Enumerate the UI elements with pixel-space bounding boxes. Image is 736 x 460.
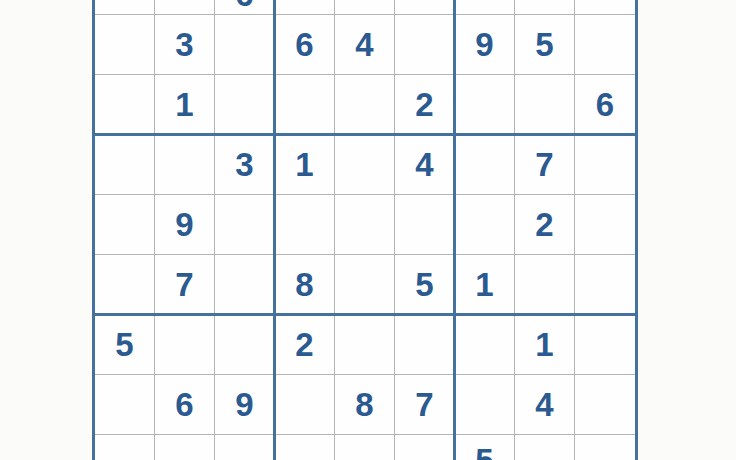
sudoku-board: 6364951263147927851521698745 [92, 0, 638, 460]
given-digit: 4 [355, 15, 373, 75]
sudoku-cell[interactable] [575, 435, 635, 460]
given-digit: 1 [175, 75, 193, 135]
sudoku-cell[interactable] [395, 315, 455, 375]
sudoku-cell[interactable] [95, 0, 155, 15]
sudoku-cell[interactable] [575, 15, 635, 75]
sudoku-cell[interactable]: 2 [275, 315, 335, 375]
sudoku-cell[interactable] [335, 195, 395, 255]
sudoku-cell[interactable]: 9 [455, 15, 515, 75]
given-digit: 4 [415, 135, 433, 195]
sudoku-cell[interactable] [95, 375, 155, 435]
sudoku-cell[interactable]: 1 [275, 135, 335, 195]
sudoku-cell[interactable]: 7 [515, 135, 575, 195]
sudoku-cell[interactable] [335, 315, 395, 375]
sudoku-cell[interactable]: 5 [95, 315, 155, 375]
sudoku-cell[interactable]: 2 [395, 75, 455, 135]
sudoku-cell[interactable] [335, 135, 395, 195]
sudoku-cell[interactable] [275, 0, 335, 15]
sudoku-cell[interactable] [455, 135, 515, 195]
box-divider-horizontal-1 [95, 133, 635, 136]
sudoku-cell[interactable]: 4 [395, 135, 455, 195]
given-digit: 8 [295, 255, 313, 315]
sudoku-cell[interactable] [215, 255, 275, 315]
sudoku-cell[interactable] [395, 195, 455, 255]
sudoku-cell[interactable] [515, 75, 575, 135]
given-digit: 9 [235, 375, 253, 435]
sudoku-cell[interactable]: 4 [335, 15, 395, 75]
given-digit: 1 [475, 255, 493, 315]
sudoku-cell[interactable]: 1 [155, 75, 215, 135]
sudoku-cell[interactable] [155, 135, 215, 195]
sudoku-cell[interactable] [95, 135, 155, 195]
sudoku-cell[interactable] [275, 75, 335, 135]
given-digit: 5 [115, 315, 133, 375]
sudoku-cell[interactable] [155, 315, 215, 375]
given-digit: 2 [535, 195, 553, 255]
sudoku-cell[interactable] [95, 75, 155, 135]
given-digit: 7 [535, 135, 553, 195]
given-digit: 5 [415, 255, 433, 315]
sudoku-cell[interactable] [275, 195, 335, 255]
sudoku-screenshot: 6364951263147927851521698745 [0, 0, 736, 460]
given-digit: 3 [235, 135, 253, 195]
sudoku-cell[interactable] [395, 0, 455, 15]
sudoku-cell[interactable]: 3 [215, 135, 275, 195]
given-digit: 6 [175, 375, 193, 435]
sudoku-cell[interactable] [395, 15, 455, 75]
given-digit: 5 [535, 15, 553, 75]
box-divider-horizontal-2 [95, 313, 635, 316]
sudoku-cell[interactable] [335, 255, 395, 315]
sudoku-cell[interactable]: 6 [275, 15, 335, 75]
sudoku-cell[interactable]: 5 [515, 15, 575, 75]
sudoku-cell[interactable] [575, 0, 635, 15]
sudoku-cell[interactable] [575, 375, 635, 435]
sudoku-grid: 6364951263147927851521698745 [95, 0, 635, 460]
given-digit: 6 [596, 75, 614, 135]
sudoku-cell[interactable] [455, 75, 515, 135]
sudoku-cell[interactable]: 5 [455, 435, 515, 460]
sudoku-cell[interactable] [515, 255, 575, 315]
sudoku-cell[interactable] [215, 315, 275, 375]
sudoku-cell[interactable] [455, 195, 515, 255]
sudoku-cell[interactable]: 8 [275, 255, 335, 315]
sudoku-cell[interactable]: 5 [395, 255, 455, 315]
sudoku-cell[interactable] [515, 435, 575, 460]
sudoku-cell[interactable] [95, 255, 155, 315]
sudoku-cell[interactable] [215, 435, 275, 460]
sudoku-cell[interactable]: 8 [335, 375, 395, 435]
sudoku-cell[interactable] [155, 0, 215, 15]
sudoku-cell[interactable] [155, 435, 215, 460]
sudoku-cell[interactable] [575, 135, 635, 195]
given-digit: 2 [415, 75, 433, 135]
sudoku-cell[interactable]: 1 [455, 255, 515, 315]
sudoku-cell[interactable] [275, 375, 335, 435]
sudoku-cell[interactable]: 9 [215, 375, 275, 435]
sudoku-cell[interactable] [335, 0, 395, 15]
given-digit: 6 [295, 15, 313, 75]
given-digit: 9 [475, 15, 493, 75]
given-digit: 3 [175, 15, 193, 75]
sudoku-cell[interactable] [335, 435, 395, 460]
given-digit: 7 [415, 375, 433, 435]
sudoku-cell[interactable] [95, 195, 155, 255]
sudoku-cell[interactable] [575, 255, 635, 315]
sudoku-cell[interactable] [575, 195, 635, 255]
box-divider-vertical-1 [273, 0, 276, 460]
sudoku-cell[interactable]: 2 [515, 195, 575, 255]
sudoku-cell[interactable] [95, 435, 155, 460]
given-digit: 8 [355, 375, 373, 435]
given-digit: 1 [535, 315, 553, 375]
sudoku-cell[interactable] [455, 0, 515, 15]
sudoku-cell[interactable] [215, 195, 275, 255]
sudoku-cell[interactable] [275, 435, 335, 460]
sudoku-cell[interactable]: 3 [155, 15, 215, 75]
sudoku-cell[interactable] [455, 375, 515, 435]
sudoku-cell[interactable]: 1 [515, 315, 575, 375]
sudoku-cell[interactable] [395, 435, 455, 460]
sudoku-cell[interactable] [95, 15, 155, 75]
sudoku-cell[interactable] [335, 75, 395, 135]
sudoku-cell[interactable]: 7 [155, 255, 215, 315]
given-digit: 9 [175, 195, 193, 255]
sudoku-cell[interactable] [455, 315, 515, 375]
sudoku-cell[interactable]: 6 [575, 75, 635, 135]
given-digit: 5 [475, 431, 493, 460]
sudoku-cell[interactable] [215, 75, 275, 135]
given-digit: 6 [235, 0, 253, 25]
given-digit: 1 [295, 135, 313, 195]
sudoku-cell[interactable]: 6 [155, 375, 215, 435]
box-divider-vertical-2 [453, 0, 456, 460]
sudoku-cell[interactable]: 6 [215, 0, 275, 15]
sudoku-cell[interactable]: 9 [155, 195, 215, 255]
sudoku-cell[interactable] [575, 315, 635, 375]
sudoku-cell[interactable] [515, 0, 575, 15]
given-digit: 2 [295, 315, 313, 375]
given-digit: 7 [175, 255, 193, 315]
sudoku-cell[interactable]: 4 [515, 375, 575, 435]
given-digit: 4 [535, 375, 553, 435]
sudoku-cell[interactable]: 7 [395, 375, 455, 435]
